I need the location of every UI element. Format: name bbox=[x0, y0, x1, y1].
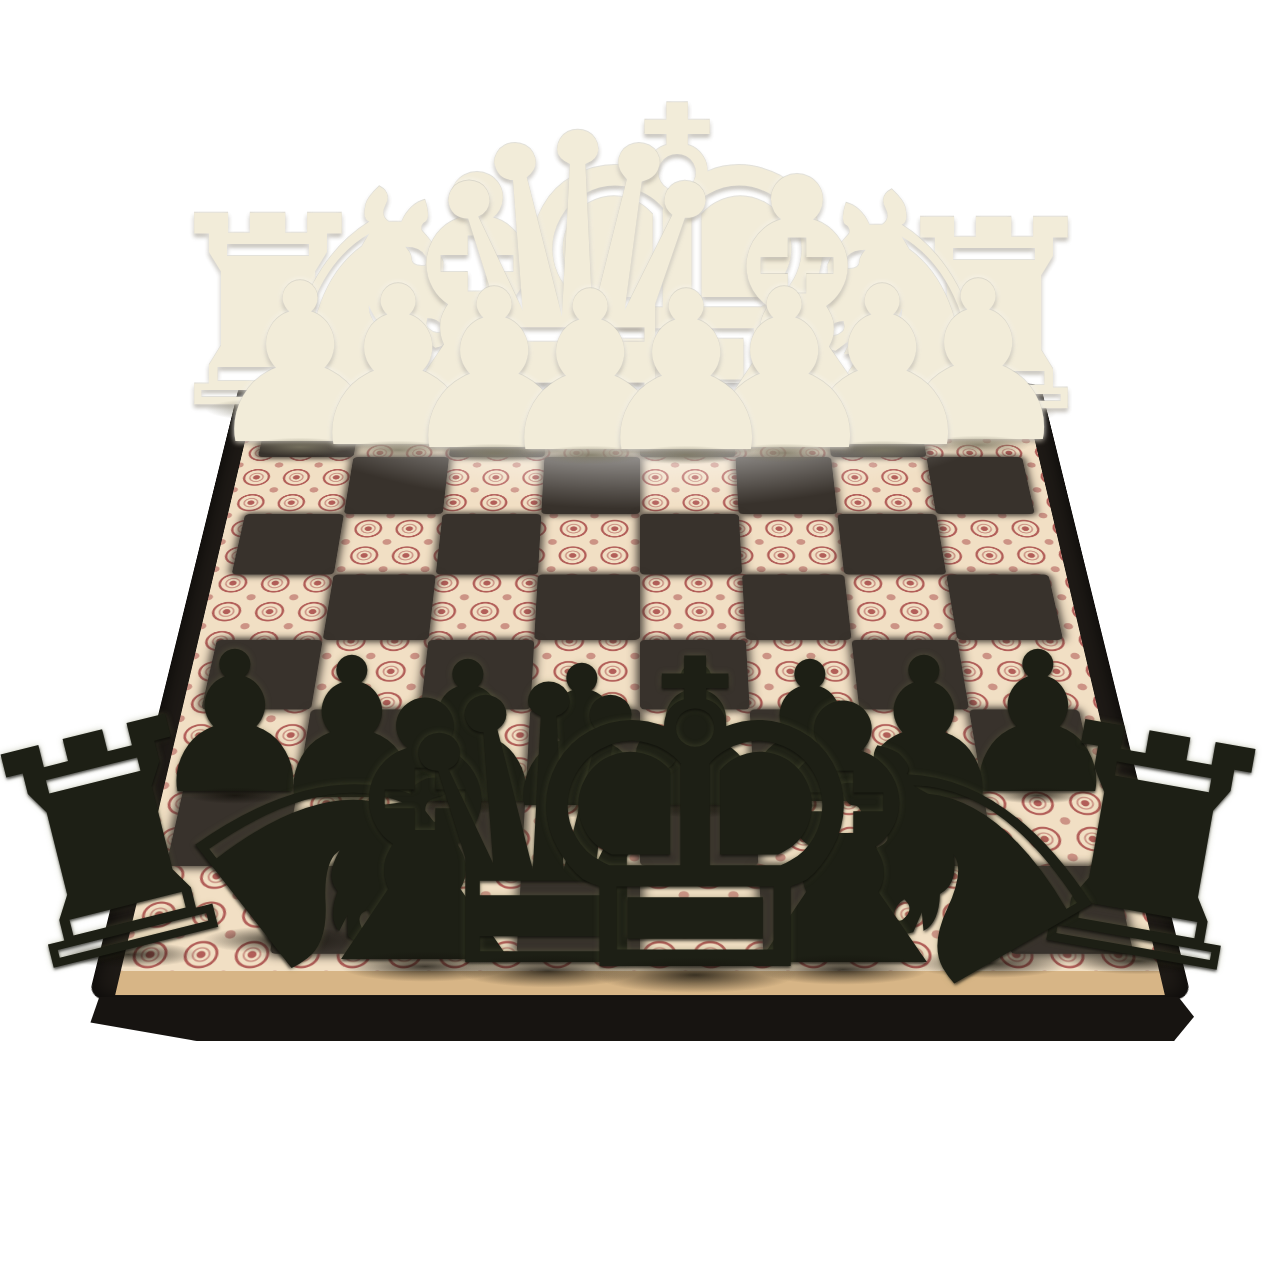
chess-set-photo: ♜♞♝♛♚♝♞♜♟♟♟♟♟♟♟♟♟♟♟♟♟♟♟♟♜♞♝♛♚♝♞♜ bbox=[0, 0, 1280, 1280]
board-square bbox=[334, 514, 443, 575]
black-rook[interactable]: ♜ bbox=[11, 727, 246, 962]
board-square bbox=[436, 514, 542, 575]
white-piece-base-shadow bbox=[619, 443, 753, 467]
white-pawn-glyph: ♟ bbox=[587, 288, 784, 460]
board-square bbox=[837, 514, 946, 575]
board-square bbox=[640, 514, 742, 575]
board-square bbox=[936, 514, 1048, 575]
board-square bbox=[538, 514, 640, 575]
pieces-layer: ♜♞♝♛♚♝♞♜♟♟♟♟♟♟♟♟♟♟♟♟♟♟♟♟♜♞♝♛♚♝♞♜ bbox=[0, 0, 1280, 1280]
board-square bbox=[232, 514, 344, 575]
black-king[interactable]: ♚ bbox=[529, 653, 861, 985]
white-pawn[interactable]: ♟ bbox=[600, 288, 772, 460]
board-square bbox=[739, 514, 845, 575]
black-king-glyph: ♚ bbox=[505, 654, 886, 986]
black-rook-glyph: ♜ bbox=[0, 700, 270, 993]
black-piece-base-shadow bbox=[566, 952, 825, 998]
